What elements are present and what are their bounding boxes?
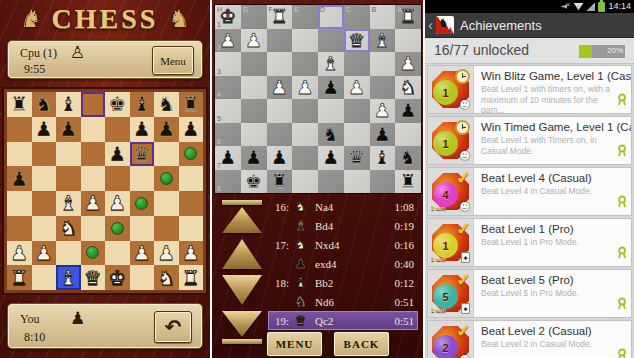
board-square[interactable]: ♟ <box>395 52 421 76</box>
board-square[interactable]: ♜ <box>179 92 204 117</box>
chess-piece: ♞ <box>157 268 175 288</box>
board-square[interactable] <box>370 170 396 194</box>
board-square[interactable] <box>154 216 179 241</box>
move-clock-time: 0:40 <box>390 258 418 270</box>
move-row-current[interactable]: 19:♛Qc20:51 <box>268 311 418 330</box>
board-square[interactable] <box>179 142 204 167</box>
undo-button[interactable]: ↶ <box>154 311 192 343</box>
achievement-title: Beat Level 4 (Casual) <box>481 172 625 184</box>
chess-piece: ♜ <box>10 94 28 114</box>
board-square[interactable]: 6 <box>215 123 241 147</box>
move-san: Qc2 <box>309 315 390 327</box>
board-square[interactable]: ♟ <box>241 146 267 170</box>
board-square[interactable]: ♞ <box>395 76 421 100</box>
chess-piece: ♛ <box>348 148 365 167</box>
board-square[interactable]: ♜ <box>179 265 204 290</box>
app-title-bar: ♞ CHESS ♞ <box>0 2 210 36</box>
chess-piece: ♟ <box>182 119 200 139</box>
chess-piece: ♟ <box>108 193 126 213</box>
legal-move-dot[interactable] <box>135 197 148 210</box>
chess-piece: ♟ <box>157 119 175 139</box>
win-count-label: 1 win <box>431 205 446 211</box>
board-square[interactable]: ♝ <box>370 29 396 53</box>
board-square[interactable] <box>395 123 421 147</box>
chess-piece: ♟ <box>322 78 339 97</box>
board-square[interactable]: ♜ <box>7 92 32 117</box>
chess-piece: ♟ <box>245 148 262 167</box>
chess-piece: ♜ <box>182 94 200 114</box>
ribbon-icon <box>617 92 627 110</box>
board-square[interactable]: ♚ <box>105 265 130 290</box>
board-square[interactable]: ♟ <box>318 76 344 100</box>
rank-coordinate-label: 3 <box>217 68 221 75</box>
board-square[interactable] <box>81 216 106 241</box>
achievement-content: Beat Level 4 (Casual)Beat Level 4 in Cas… <box>474 168 631 215</box>
chess-piece: ♛ <box>348 31 365 50</box>
file-coordinate-label: G <box>243 6 248 13</box>
chess-piece: ♟ <box>219 31 236 50</box>
move-san: exd4 <box>309 258 390 270</box>
board-square[interactable] <box>130 166 155 191</box>
white-queen-icon: ♛ <box>292 314 309 327</box>
board-square[interactable] <box>56 166 81 191</box>
board-square[interactable]: C <box>344 5 370 29</box>
file-coordinate-label: B <box>372 6 377 13</box>
chess-app-review-screen: H1♚GF♜EDCBA♜2♟♟♛♝3♝♟4♟♟♟♟♞5♟♟6♞♟7♟♟♟♟♛♝♞… <box>212 0 423 358</box>
board-square[interactable]: A♜ <box>395 5 421 29</box>
achievement-content: Beat Level 5 (Pro)Beat Level 5 in Pro Mo… <box>474 270 631 317</box>
board-square[interactable]: ♚ <box>105 92 130 117</box>
board-square[interactable] <box>56 142 81 167</box>
file-coordinate-label: E <box>294 6 299 13</box>
unlock-progress-header: 16/77 unlocked 20% <box>425 38 634 64</box>
clock-icon <box>455 120 470 135</box>
ribbon-icon <box>617 194 627 212</box>
achievement-item[interactable]: 1✓♠1 winBeat Level 1 (Pro)Beat Level 1 i… <box>427 218 632 267</box>
chess-piece: ♟ <box>182 243 200 263</box>
chess-piece: ♟ <box>322 148 339 167</box>
achievement-badge-icon: 1✓♠1 win <box>432 224 469 261</box>
achievement-title: Beat Level 2 (Casual) <box>481 325 625 337</box>
board-square[interactable]: ♞ <box>318 123 344 147</box>
board-square[interactable]: ♝ <box>56 92 81 117</box>
chess-piece: ♞ <box>400 148 417 167</box>
board-square[interactable]: ♞ <box>154 265 179 290</box>
achievement-badge-icon: 4✓☻1 win <box>432 173 469 210</box>
white-pawn-icon: ♙ <box>70 44 85 61</box>
back-chevron-icon[interactable]: ‹ <box>425 17 435 34</box>
ribbon-icon <box>617 245 627 263</box>
board-square[interactable] <box>318 170 344 194</box>
board-square[interactable] <box>241 123 267 147</box>
chess-piece: ♟ <box>245 31 262 50</box>
chess-piece: ♜ <box>271 7 288 26</box>
board-square[interactable] <box>130 265 155 290</box>
move-number: 18: <box>268 277 292 289</box>
spade-card-icon: ♠ <box>461 252 470 263</box>
chess-piece: ♟ <box>133 119 151 139</box>
board-square[interactable] <box>370 52 396 76</box>
board-square[interactable]: ♟ <box>395 99 421 123</box>
board-square[interactable]: ♟ <box>130 117 155 142</box>
board-square[interactable]: ♚ <box>241 170 267 194</box>
board-square[interactable] <box>318 99 344 123</box>
achievement-content: Win Timed Game, Level 1 (Ca...Beat Level… <box>474 117 631 164</box>
achievement-title: Win Timed Game, Level 1 (Ca... <box>481 121 625 133</box>
board-square[interactable] <box>179 191 204 216</box>
status-clock: 14:14 <box>608 2 631 11</box>
board-square[interactable]: ♟ <box>81 191 106 216</box>
chess-piece: ♚ <box>219 7 236 26</box>
board-square[interactable]: ♟ <box>7 241 32 266</box>
app-icon[interactable]: ♞♟ <box>436 16 454 34</box>
android-status-bar: ✕ 14:14 <box>425 0 634 13</box>
achievement-badge-icon: 5✓♠1 win <box>432 275 469 312</box>
chess-piece: ♟ <box>374 125 391 144</box>
move-row[interactable]: ♝Bd40:19 <box>268 216 418 235</box>
board-square[interactable]: ♞ <box>154 92 179 117</box>
chess-piece: ♟ <box>59 119 77 139</box>
move-row[interactable]: 17:♞Nxd40:16 <box>268 235 418 254</box>
board-square[interactable]: H1♚ <box>215 5 241 29</box>
menu-button[interactable]: MENU <box>266 331 323 357</box>
move-clock-time: 0:51 <box>390 315 418 327</box>
board-square[interactable]: E <box>292 5 318 29</box>
move-clock-time: 1:08 <box>390 201 418 213</box>
board-square[interactable] <box>32 265 57 290</box>
chess-piece: ♞ <box>322 125 339 144</box>
action-bar: ‹ ♞♟ Achievements <box>425 13 634 38</box>
board-square[interactable] <box>179 216 204 241</box>
achievement-description: Beat Level 1 with Timers on, in Casual M… <box>481 135 625 156</box>
board-square[interactable]: 4 <box>215 76 241 100</box>
board-square[interactable] <box>81 117 106 142</box>
check-icon: ✓ <box>456 220 471 238</box>
chess-piece: ♟ <box>400 101 417 120</box>
board-square[interactable]: ♝ <box>56 191 81 216</box>
board-square[interactable] <box>292 29 318 53</box>
chess-piece: ♟ <box>271 78 288 97</box>
board-square[interactable]: ♟ <box>105 142 130 167</box>
board-square[interactable] <box>56 241 81 266</box>
board-square[interactable] <box>267 123 293 147</box>
achievement-item[interactable]: 4✓☻1 winBeat Level 4 (Casual)Beat Level … <box>427 167 632 216</box>
legal-move-dot[interactable] <box>160 172 173 185</box>
board-square[interactable] <box>154 191 179 216</box>
board-square[interactable] <box>241 52 267 76</box>
move-san: Nd6 <box>309 296 390 308</box>
progress-fill <box>579 45 592 58</box>
board-square[interactable] <box>32 191 57 216</box>
chess-piece: ♞ <box>400 78 417 97</box>
battery-icon <box>598 2 605 12</box>
achievement-description: Beat Level 2 in Casual Mode. <box>481 339 625 350</box>
board-square[interactable] <box>32 142 57 167</box>
chess-piece: ♚ <box>108 94 126 114</box>
clock-icon <box>455 69 470 84</box>
chess-piece: ♟ <box>219 148 236 167</box>
white-knight-icon: ♞ <box>292 200 309 213</box>
black-pawn-icon: ♟ <box>70 310 85 327</box>
achievement-title: Beat Level 5 (Pro) <box>481 274 625 286</box>
check-icon: ✓ <box>456 169 471 187</box>
file-coordinate-label: C <box>346 6 351 13</box>
chess-piece: ♟ <box>10 169 28 189</box>
chess-piece: ♝ <box>59 268 77 288</box>
chess-piece: ♝ <box>374 148 391 167</box>
achievement-badge-zone: 1☻ <box>428 117 474 164</box>
move-row[interactable]: 16:♞Na41:08 <box>268 197 418 216</box>
chess-piece: ♟ <box>374 101 391 120</box>
board-square[interactable]: ♟ <box>7 166 32 191</box>
achievements-list: 1☻Win Blitz Game, Level 1 (Casu...Beat L… <box>425 65 634 358</box>
achievement-title: Beat Level 1 (Pro) <box>481 223 625 235</box>
chess-piece: ♜ <box>400 7 417 26</box>
board-square[interactable] <box>7 117 32 142</box>
board-square[interactable] <box>154 166 179 191</box>
chess-piece: ♝ <box>374 31 391 50</box>
back-button[interactable]: BACK <box>333 331 390 357</box>
board-square[interactable] <box>318 29 344 53</box>
achievement-badge-icon: 2✓☻1 win <box>432 326 469 358</box>
board-square[interactable]: ♟ <box>32 241 57 266</box>
move-clock-time: 0:19 <box>390 220 418 232</box>
board-square[interactable]: 8 <box>215 170 241 194</box>
board-square[interactable]: ♞ <box>395 146 421 170</box>
chess-piece: ♛ <box>133 144 151 164</box>
achievement-badge-zone: 2✓☻1 win <box>428 321 474 358</box>
board-square[interactable]: ♛ <box>344 146 370 170</box>
chess-piece: ♚ <box>245 172 262 191</box>
board-square[interactable] <box>7 191 32 216</box>
board-square[interactable] <box>292 52 318 76</box>
board-square[interactable] <box>344 123 370 147</box>
board-square[interactable] <box>81 142 106 167</box>
board-square[interactable]: ♟ <box>179 117 204 142</box>
achievement-description: Beat Level 4 in Casual Mode. <box>481 186 625 197</box>
board-square[interactable] <box>154 142 179 167</box>
board-square[interactable] <box>105 117 130 142</box>
board-square[interactable] <box>292 146 318 170</box>
board-square[interactable]: 5 <box>215 99 241 123</box>
achievement-badge-zone: 4✓☻1 win <box>428 168 474 215</box>
board-square[interactable] <box>7 142 32 167</box>
next-move-button[interactable] <box>220 275 264 305</box>
board-square[interactable]: ♟ <box>154 117 179 142</box>
board-square[interactable]: G <box>241 5 267 29</box>
move-number: 19: <box>268 315 292 327</box>
board-square[interactable]: ♟ <box>370 123 396 147</box>
move-number: 16: <box>268 201 292 213</box>
board-square[interactable]: ♟ <box>179 241 204 266</box>
board-square[interactable] <box>130 216 155 241</box>
board-square[interactable] <box>81 166 106 191</box>
cpu-clock: 9:55 <box>24 62 45 77</box>
check-icon: ✓ <box>456 322 471 340</box>
move-clock-time: 0:12 <box>390 277 418 289</box>
rank-coordinate-label: 5 <box>217 115 221 122</box>
move-row[interactable]: ♞Nd60:51 <box>268 292 418 311</box>
board-square[interactable] <box>179 166 204 191</box>
smiley-icon: ☻ <box>460 100 470 110</box>
file-coordinate-label: D <box>320 6 325 13</box>
move-number: 17: <box>268 239 292 251</box>
chess-piece: ♜ <box>182 268 200 288</box>
board-square[interactable]: ♝ <box>370 146 396 170</box>
mute-icon: ✕ <box>561 2 570 11</box>
board-square[interactable]: ♟ <box>344 76 370 100</box>
previous-move-button[interactable] <box>220 239 264 269</box>
chess-piece: ♞ <box>59 218 77 238</box>
board-square[interactable] <box>344 52 370 76</box>
legal-move-dot[interactable] <box>184 147 197 160</box>
board-square[interactable] <box>292 170 318 194</box>
black-knight-icon: ♞ <box>292 295 309 308</box>
board-square[interactable] <box>395 29 421 53</box>
chess-piece: ♟ <box>133 243 151 263</box>
board-square[interactable]: D <box>318 5 344 29</box>
achievement-badge-icon: 1☻ <box>432 71 469 108</box>
move-row[interactable]: ♟exd40:40 <box>268 254 418 273</box>
chess-piece: ♟ <box>35 119 53 139</box>
chess-board: ♜♞♝♚♝♞♜♟♟♟♟♟♟♛♟♝♟♟♞♟♟♟♟♟♜♝♛♚♞♜ <box>4 89 206 293</box>
achievement-badge-icon: 1☻ <box>432 122 469 159</box>
board-square[interactable] <box>32 216 57 241</box>
achievement-item[interactable]: 1☻Win Timed Game, Level 1 (Ca...Beat Lev… <box>427 116 632 165</box>
chess-piece: ♝ <box>133 94 151 114</box>
board-square[interactable]: ♝ <box>56 265 81 290</box>
board-square[interactable]: ♟ <box>318 146 344 170</box>
black-bishop-icon: ♝ <box>292 219 309 232</box>
page-title: Achievements <box>460 18 542 33</box>
board-square[interactable]: ♞ <box>56 216 81 241</box>
chess-piece: ♚ <box>108 268 126 288</box>
board-square[interactable]: F♜ <box>267 5 293 29</box>
chess-app-main-screen: ♞ CHESS ♞ Cpu (1) ♙ 9:55 Menu ♜♞♝♚♝♞♜♟♟♟… <box>0 0 210 358</box>
achievement-description: Beat Level 1 in Pro Mode. <box>481 237 625 248</box>
board-square[interactable]: 3 <box>215 52 241 76</box>
wifi-icon <box>573 3 583 11</box>
move-san: Bd4 <box>309 220 390 232</box>
chess-piece: ♟ <box>271 148 288 167</box>
chess-piece: ♟ <box>35 243 53 263</box>
board-square[interactable]: 7♟ <box>215 146 241 170</box>
unlocked-count-label: 16/77 unlocked <box>434 42 529 58</box>
chess-piece: ♟ <box>84 193 102 213</box>
board-square[interactable]: ♛ <box>81 265 106 290</box>
move-san: Na4 <box>309 201 390 213</box>
board-square[interactable]: ♞ <box>32 92 57 117</box>
board-square[interactable]: ♟ <box>32 117 57 142</box>
chess-piece: ♞ <box>157 94 175 114</box>
board-square[interactable] <box>130 191 155 216</box>
board-square[interactable] <box>241 76 267 100</box>
board-square[interactable]: ♟ <box>292 76 318 100</box>
black-pawn-icon: ♟ <box>292 257 309 270</box>
achievement-badge-zone: 5✓♠1 win <box>428 270 474 317</box>
you-player-name: You <box>20 312 39 327</box>
board-square[interactable]: ♟ <box>56 117 81 142</box>
chess-piece: ♟ <box>400 54 417 73</box>
board-square[interactable]: ♟ <box>154 241 179 266</box>
chess-piece: ♟ <box>10 243 28 263</box>
chess-piece: ♜ <box>10 268 28 288</box>
board-square[interactable] <box>81 241 106 266</box>
board-square[interactable]: B <box>370 5 396 29</box>
board-square[interactable]: ♟ <box>130 241 155 266</box>
board-square[interactable]: ♜ <box>395 170 421 194</box>
screenshot-montage: ♞ CHESS ♞ Cpu (1) ♙ 9:55 Menu ♜♞♝♚♝♞♜♟♟♟… <box>0 0 634 358</box>
board-square[interactable] <box>7 216 32 241</box>
white-bishop-icon: ♝ <box>292 276 309 289</box>
board-square[interactable]: ♛ <box>130 142 155 167</box>
chess-piece: ♞ <box>35 94 53 114</box>
smiley-icon: ☻ <box>460 202 470 212</box>
board-square[interactable] <box>267 29 293 53</box>
win-count-label: 1 win <box>431 307 446 313</box>
cpu-player-name: Cpu (1) <box>20 46 57 61</box>
board-square[interactable]: ♟ <box>267 76 293 100</box>
chess-piece: ♜ <box>271 172 288 191</box>
achievement-item[interactable]: 2✓☻1 winBeat Level 2 (Casual)Beat Level … <box>427 320 632 358</box>
move-list: 16:♞Na41:08♝Bd40:1917:♞Nxd40:16♟exd40:40… <box>268 197 418 330</box>
board-square[interactable] <box>292 123 318 147</box>
board-square[interactable]: 2♟ <box>215 29 241 53</box>
board-square[interactable] <box>81 92 106 117</box>
board-square[interactable]: ♛ <box>344 29 370 53</box>
you-clock: 8:10 <box>24 330 45 345</box>
review-buttons: MENU BACK <box>266 331 390 357</box>
move-row[interactable]: 18:♝Bb20:12 <box>268 273 418 292</box>
unlock-progress-bar: 20% <box>579 45 625 58</box>
board-square[interactable] <box>344 99 370 123</box>
rank-coordinate-label: 6 <box>217 138 221 145</box>
achievement-item[interactable]: 5✓♠1 winBeat Level 5 (Pro)Beat Level 5 i… <box>427 269 632 318</box>
skip-to-start-button[interactable] <box>220 200 264 233</box>
white-knight-icon: ♞ <box>292 238 309 251</box>
board-square[interactable]: ♜ <box>7 265 32 290</box>
board-square[interactable] <box>105 216 130 241</box>
board-square[interactable] <box>292 99 318 123</box>
board-square[interactable] <box>344 170 370 194</box>
board-square[interactable] <box>241 99 267 123</box>
legal-move-dot[interactable] <box>111 222 124 235</box>
achievement-content: Win Blitz Game, Level 1 (Casu...Beat Lev… <box>474 66 631 113</box>
ribbon-icon <box>617 296 627 314</box>
board-square[interactable]: ♟ <box>105 191 130 216</box>
board-square[interactable] <box>370 76 396 100</box>
achievement-description: Beat Level 5 in Pro Mode. <box>481 288 625 299</box>
chess-piece: ♝ <box>59 94 77 114</box>
board-square[interactable]: ♝ <box>318 52 344 76</box>
achievement-item[interactable]: 1☻Win Blitz Game, Level 1 (Casu...Beat L… <box>427 65 632 114</box>
board-square[interactable]: ♟ <box>241 29 267 53</box>
board-square[interactable]: ♟ <box>370 99 396 123</box>
knight-icon: ♞ <box>168 7 190 31</box>
achievement-badge-zone: 1☻ <box>428 66 474 113</box>
board-square[interactable] <box>105 166 130 191</box>
board-square[interactable]: ♜ <box>267 170 293 194</box>
board-square[interactable] <box>105 241 130 266</box>
legal-move-dot[interactable] <box>86 246 99 259</box>
skip-to-end-button[interactable] <box>220 311 264 344</box>
board-square[interactable] <box>267 99 293 123</box>
board-square[interactable]: ♟ <box>267 146 293 170</box>
menu-button[interactable]: Menu <box>152 46 194 75</box>
board-square[interactable] <box>32 166 57 191</box>
board-square[interactable]: ♝ <box>130 92 155 117</box>
board-square[interactable] <box>267 52 293 76</box>
